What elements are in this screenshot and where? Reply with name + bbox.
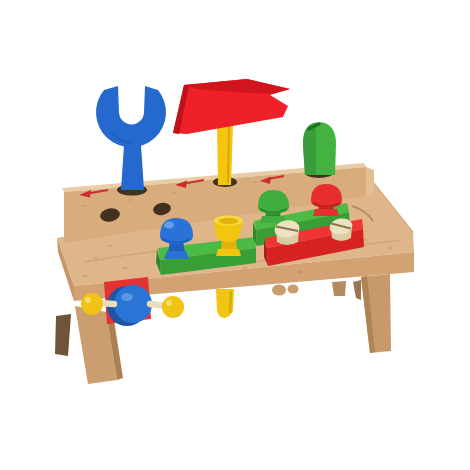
yellow-dowel-shade xyxy=(230,291,231,313)
vice-ball-right xyxy=(162,296,184,318)
tool-rail-right-end xyxy=(366,167,374,196)
under-bench-knob-1 xyxy=(272,285,286,296)
hammer-handle-shade xyxy=(228,126,229,183)
yellow-bolt-cap-recess xyxy=(219,218,239,224)
vice-wheel-highlight xyxy=(121,293,133,301)
vice-ball-right-highlight xyxy=(166,300,172,306)
under-bench-bracket xyxy=(332,281,346,296)
hammer-handle xyxy=(217,124,233,185)
yellow-bolt-base xyxy=(216,249,241,256)
blue-bolt-highlight xyxy=(164,222,174,229)
red-bolt-base xyxy=(313,209,339,216)
vice-wheel xyxy=(114,285,152,323)
vice-ball-left-highlight xyxy=(85,297,91,303)
workbench-illustration xyxy=(0,0,470,470)
blue-bolt-base xyxy=(164,251,189,259)
toy-workbench-photo xyxy=(0,0,470,470)
vice-ball-left xyxy=(81,293,103,315)
under-bench-knob-2 xyxy=(288,285,299,294)
